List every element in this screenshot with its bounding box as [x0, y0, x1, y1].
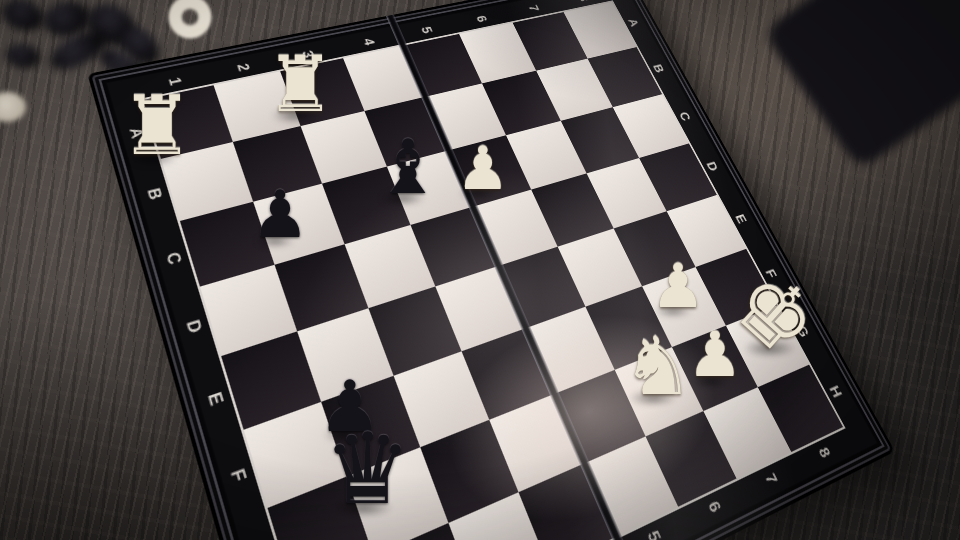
white-pawn-c5[interactable]: ♟	[456, 139, 510, 199]
black-bishop-c4[interactable]: ♝	[374, 130, 441, 205]
white-knight-g6[interactable]: ♞	[622, 325, 694, 405]
black-pawn-c2[interactable]: ♟	[251, 182, 310, 247]
black-queen-g2[interactable]: ♛	[324, 420, 412, 518]
white-rook-a1[interactable]: ♜	[120, 85, 193, 167]
white-pawn-f7[interactable]: ♟	[651, 256, 706, 317]
white-pawn-g7[interactable]: ♟	[687, 324, 743, 386]
photo-scene: AABBCCDDEEFFGGHH1122334455667788 ♜♜♝♟♟♟♛…	[0, 0, 960, 540]
white-rook-a3[interactable]: ♜	[266, 46, 335, 123]
pieces-layer: ♜♜♝♟♟♟♛♟♟♞♚	[0, 0, 960, 540]
